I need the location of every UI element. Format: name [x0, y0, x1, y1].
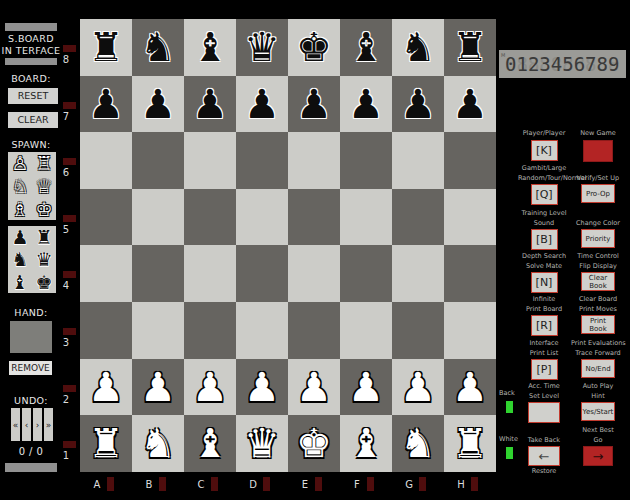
- hand-section-label: HAND:: [0, 307, 62, 318]
- file-f-led: [367, 477, 374, 491]
- spawn-white-piece-1[interactable]: ♖: [32, 152, 56, 175]
- take-back-button[interactable]: ←: [528, 446, 560, 466]
- control-cell-2-left: Gambit/LargeRandom/Tour/Normal[Q]: [518, 164, 570, 205]
- square-c2[interactable]: ♟: [184, 359, 236, 416]
- rank-1-led: [63, 441, 76, 448]
- control-label: Sound: [518, 219, 570, 229]
- file-label-f: F: [349, 479, 365, 490]
- spawn-black-piece-1[interactable]: ♜: [32, 226, 56, 248]
- square-e6[interactable]: [288, 132, 340, 189]
- square-c7[interactable]: ♟: [184, 76, 236, 133]
- square-f7[interactable]: ♟: [340, 76, 392, 133]
- white-pawn: ♟: [400, 367, 436, 407]
- spawn-black-piece-0[interactable]: ♟: [8, 226, 32, 248]
- square-g8[interactable]: ♞: [392, 19, 444, 76]
- new-game-button[interactable]: [583, 140, 613, 162]
- rank-label-8: 8: [56, 54, 76, 65]
- undo-back-button[interactable]: ‹: [22, 408, 31, 441]
- file-label-c: C: [193, 479, 209, 490]
- control-label: Clear Board: [571, 295, 625, 305]
- square-c3[interactable]: [184, 302, 236, 359]
- square-f5[interactable]: [340, 189, 392, 246]
- white-pawn: ♟: [140, 367, 176, 407]
- control-cell-7-left: Acc. TimeSet Level: [518, 382, 570, 423]
- white-led-label: White: [498, 435, 522, 445]
- square-d6[interactable]: [236, 132, 288, 189]
- file-b-led: [159, 477, 166, 491]
- square-f3[interactable]: [340, 302, 392, 359]
- control-label: Print Board: [518, 305, 570, 315]
- decorative-bar-mid: [5, 58, 57, 65]
- square-b3[interactable]: [132, 302, 184, 359]
- white-bishop: ♝: [348, 423, 384, 463]
- white-pawn: ♟: [452, 367, 488, 407]
- clear-button[interactable]: CLEAR: [8, 112, 58, 128]
- control-cell-8-left: Take Back←Restore: [518, 426, 570, 475]
- black-pawn: ♟: [348, 84, 384, 124]
- square-d7[interactable]: ♟: [236, 76, 288, 133]
- square-g5[interactable]: [392, 189, 444, 246]
- print-board-button[interactable]: [R]: [531, 315, 558, 336]
- control-label: Set Level: [518, 392, 570, 402]
- control-label: Player/Player: [518, 129, 570, 139]
- control-cell-2-right: Verify/Set UpPro-Op: [571, 164, 625, 203]
- undo-button-row: «‹›»: [11, 408, 53, 441]
- square-f6[interactable]: [340, 132, 392, 189]
- spawn-white-piece-5[interactable]: ♔: [32, 197, 56, 220]
- black-pawn: ♟: [244, 84, 280, 124]
- control-label: Print Evaluations: [571, 339, 625, 349]
- control-cell-7-right: Auto PlayHintYes/Start: [571, 382, 625, 421]
- square-d5[interactable]: [236, 189, 288, 246]
- black-pawn: ♟: [88, 84, 124, 124]
- square-g3[interactable]: [392, 302, 444, 359]
- change-color-button[interactable]: Priority: [581, 229, 615, 248]
- square-b8[interactable]: ♞: [132, 19, 184, 76]
- square-b6[interactable]: [132, 132, 184, 189]
- square-h7[interactable]: ♟: [444, 76, 496, 133]
- square-h3[interactable]: [444, 302, 496, 359]
- file-g-led: [419, 477, 426, 491]
- square-g4[interactable]: [392, 245, 444, 302]
- square-d1[interactable]: ♛: [236, 415, 288, 472]
- square-e1[interactable]: ♚: [288, 415, 340, 472]
- back-led-group: Back: [498, 389, 522, 413]
- spawn-white-piece-0[interactable]: ♙: [8, 152, 32, 175]
- rank-5-led: [63, 215, 76, 222]
- file-label-a: A: [89, 479, 105, 490]
- square-b4[interactable]: [132, 245, 184, 302]
- spawn-black-piece-3[interactable]: ♛: [32, 248, 56, 270]
- control-label: Go: [571, 436, 625, 446]
- black-pawn: ♟: [400, 84, 436, 124]
- remove-button[interactable]: REMOVE: [9, 361, 52, 375]
- control-label: Acc. Time: [518, 382, 570, 392]
- file-e-led: [315, 477, 322, 491]
- white-rook: ♜: [88, 423, 124, 463]
- square-d4[interactable]: [236, 245, 288, 302]
- square-g7[interactable]: ♟: [392, 76, 444, 133]
- white-led-group: White: [498, 435, 522, 459]
- decorative-bar-top: [5, 23, 57, 31]
- hint-button[interactable]: Yes/Start: [581, 402, 615, 421]
- rank-label-3: 3: [56, 337, 76, 348]
- rank-7-led: [63, 102, 76, 109]
- file-d-led: [263, 477, 270, 491]
- print-list-button[interactable]: [P]: [531, 359, 558, 380]
- app-title-line1: S.BOARD: [0, 33, 62, 44]
- spawn-white-piece-tray: ♙♖♘♕♗♔: [8, 152, 56, 220]
- reset-button[interactable]: RESET: [8, 88, 58, 104]
- square-b5[interactable]: [132, 189, 184, 246]
- file-label-e: E: [297, 479, 313, 490]
- file-label-g: G: [401, 479, 417, 490]
- control-label: Solve Mate: [518, 262, 570, 272]
- square-h4[interactable]: [444, 245, 496, 302]
- square-c5[interactable]: [184, 189, 236, 246]
- square-a8[interactable]: ♜: [80, 19, 132, 76]
- square-e4[interactable]: [288, 245, 340, 302]
- control-label: Hint: [571, 392, 625, 402]
- control-cell-5-left: InfinitePrint Board[R]: [518, 295, 570, 336]
- square-a6[interactable]: [80, 132, 132, 189]
- white-knight: ♞: [140, 423, 176, 463]
- rank-label-1: 1: [56, 450, 76, 461]
- spawn-black-piece-2[interactable]: ♞: [8, 248, 32, 270]
- square-a5[interactable]: [80, 189, 132, 246]
- square-b7[interactable]: ♟: [132, 76, 184, 133]
- square-f4[interactable]: [340, 245, 392, 302]
- control-cell-4-left: Depth SearchSolve Mate[N]: [518, 252, 570, 293]
- chess-board: ♜♞♝♛♚♝♞♜♟♟♟♟♟♟♟♟♟♟♟♟♟♟♟♟♜♞♝♛♚♝♞♜: [80, 19, 496, 472]
- app-title-line2: IN TERFACE: [0, 45, 62, 56]
- white-pawn: ♟: [244, 367, 280, 407]
- control-label: Auto Play: [571, 382, 625, 392]
- rank-label-4: 4: [56, 280, 76, 291]
- square-f2[interactable]: ♟: [340, 359, 392, 416]
- back-led-indicator: [506, 401, 513, 413]
- rank-6-led: [63, 158, 76, 165]
- control-cell-4-right: Time ControlFlip DisplayClear Book: [571, 252, 625, 291]
- control-cell-5-right: Clear BoardPrint MovesPrint Book: [571, 295, 625, 334]
- black-rook: ♜: [452, 27, 488, 67]
- black-rook: ♜: [88, 27, 124, 67]
- rank-8-led: [63, 45, 76, 52]
- spawn-black-piece-tray: ♟♜♞♛♝♚: [8, 226, 56, 293]
- square-e2[interactable]: ♟: [288, 359, 340, 416]
- white-pawn: ♟: [296, 367, 332, 407]
- square-a7[interactable]: ♟: [80, 76, 132, 133]
- square-d3[interactable]: [236, 302, 288, 359]
- trace-forward-button[interactable]: No/End: [581, 359, 615, 378]
- square-h1[interactable]: ♜: [444, 415, 496, 472]
- square-c8[interactable]: ♝: [184, 19, 236, 76]
- undo-forward-button[interactable]: ›: [33, 408, 42, 441]
- square-b2[interactable]: ♟: [132, 359, 184, 416]
- decorative-bar-bottom: [5, 463, 57, 472]
- square-b1[interactable]: ♞: [132, 415, 184, 472]
- undo-counter: 0 / 0: [0, 446, 62, 457]
- verify-set-up-button[interactable]: Pro-Op: [581, 184, 615, 203]
- black-pawn: ♟: [452, 84, 488, 124]
- spawn-black-piece-4[interactable]: ♝: [8, 271, 32, 293]
- set-level-button[interactable]: [528, 402, 560, 423]
- white-led-indicator: [506, 447, 513, 459]
- undo-last-button[interactable]: »: [44, 408, 53, 441]
- file-h-led: [471, 477, 478, 491]
- white-pawn: ♟: [88, 367, 124, 407]
- spawn-white-piece-2[interactable]: ♘: [8, 175, 32, 198]
- rank-label-5: 5: [56, 224, 76, 235]
- control-label: Training Level: [518, 209, 570, 219]
- black-queen: ♛: [244, 27, 280, 67]
- control-label: [518, 426, 570, 436]
- white-queen: ♛: [244, 423, 280, 463]
- square-f8[interactable]: ♝: [340, 19, 392, 76]
- square-d8[interactable]: ♛: [236, 19, 288, 76]
- undo-first-button[interactable]: «: [11, 408, 20, 441]
- control-label: Take Back: [518, 436, 570, 446]
- black-pawn: ♟: [296, 84, 332, 124]
- square-e8[interactable]: ♚: [288, 19, 340, 76]
- undo-section-label: UNDO:: [0, 395, 62, 406]
- white-pawn: ♟: [192, 367, 228, 407]
- square-c6[interactable]: [184, 132, 236, 189]
- spawn-black-piece-5[interactable]: ♚: [32, 271, 56, 293]
- white-king: ♚: [296, 423, 332, 463]
- black-king: ♚: [296, 27, 332, 67]
- rank-label-2: 2: [56, 394, 76, 405]
- control-cell-6-left: InterfacePrint List[P]: [518, 339, 570, 380]
- black-knight: ♞: [400, 27, 436, 67]
- square-e7[interactable]: ♟: [288, 76, 340, 133]
- control-label: Gambit/Large: [518, 164, 570, 174]
- square-a1[interactable]: ♜: [80, 415, 132, 472]
- black-pawn: ♟: [192, 84, 228, 124]
- control-label: Change Color: [571, 219, 625, 229]
- white-bishop: ♝: [192, 423, 228, 463]
- black-bishop: ♝: [348, 27, 384, 67]
- square-h2[interactable]: ♟: [444, 359, 496, 416]
- control-label: Next Best: [571, 426, 625, 436]
- control-label: Print List: [518, 349, 570, 359]
- flip-display-button[interactable]: Clear Book: [581, 272, 615, 291]
- square-g1[interactable]: ♞: [392, 415, 444, 472]
- control-label: Interface: [518, 339, 570, 349]
- rank-2-led: [63, 385, 76, 392]
- square-a2[interactable]: ♟: [80, 359, 132, 416]
- lcd-display: M 8888888888 0123456789: [499, 50, 626, 78]
- board-section-label: BOARD:: [0, 73, 62, 84]
- square-a3[interactable]: [80, 302, 132, 359]
- square-c1[interactable]: ♝: [184, 415, 236, 472]
- control-sub-label: Restore: [518, 467, 570, 475]
- white-knight: ♞: [400, 423, 436, 463]
- spawn-white-piece-4[interactable]: ♗: [8, 197, 32, 220]
- chess-computer-interface: S.BOARD IN TERFACE BOARD: RESET CLEAR SP…: [0, 0, 630, 500]
- square-c4[interactable]: [184, 245, 236, 302]
- square-d2[interactable]: ♟: [236, 359, 288, 416]
- square-a4[interactable]: [80, 245, 132, 302]
- go-button[interactable]: →: [583, 446, 613, 466]
- square-e3[interactable]: [288, 302, 340, 359]
- print-moves-button[interactable]: Print Book: [581, 315, 615, 334]
- control-cell-3-left: Training LevelSound[B]: [518, 209, 570, 250]
- random-tour-normal-button[interactable]: [Q]: [531, 184, 558, 205]
- solve-mate-button[interactable]: [N]: [531, 272, 558, 293]
- control-cell-1-right: New Game: [571, 129, 625, 162]
- square-h5[interactable]: [444, 189, 496, 246]
- control-cell-6-right: Print EvaluationsTrace ForwardNo/End: [571, 339, 625, 378]
- spawn-white-piece-3[interactable]: ♕: [32, 175, 56, 198]
- control-label: [571, 209, 625, 219]
- file-label-b: B: [141, 479, 157, 490]
- black-knight: ♞: [140, 27, 176, 67]
- rank-label-7: 7: [56, 111, 76, 122]
- spawn-section-label: SPAWN:: [0, 139, 62, 150]
- control-label: Verify/Set Up: [571, 174, 625, 184]
- control-cell-8-right: Next BestGo→: [571, 426, 625, 466]
- lcd-digits: 0123456789: [505, 53, 619, 75]
- control-label: Print Moves: [571, 305, 625, 315]
- rank-label-6: 6: [56, 167, 76, 178]
- file-label-h: H: [453, 479, 469, 490]
- file-a-led: [107, 477, 114, 491]
- control-label: Time Control: [571, 252, 625, 262]
- black-pawn: ♟: [140, 84, 176, 124]
- control-label: Random/Tour/Normal: [518, 174, 570, 184]
- rank-3-led: [63, 328, 76, 335]
- square-g6[interactable]: [392, 132, 444, 189]
- black-bishop: ♝: [192, 27, 228, 67]
- square-h6[interactable]: [444, 132, 496, 189]
- square-g2[interactable]: ♟: [392, 359, 444, 416]
- control-cell-1-left: Player/Player[K]: [518, 129, 570, 161]
- rank-4-led: [63, 271, 76, 278]
- square-e5[interactable]: [288, 189, 340, 246]
- control-label: [571, 164, 625, 174]
- back-led-label: Back: [498, 389, 522, 399]
- control-label: New Game: [571, 129, 625, 139]
- square-h8[interactable]: ♜: [444, 19, 496, 76]
- white-pawn: ♟: [348, 367, 384, 407]
- square-f1[interactable]: ♝: [340, 415, 392, 472]
- file-label-d: D: [245, 479, 261, 490]
- control-label: Infinite: [518, 295, 570, 305]
- control-label: Depth Search: [518, 252, 570, 262]
- control-cell-3-right: Change ColorPriority: [571, 209, 625, 248]
- control-label: Trace Forward: [571, 349, 625, 359]
- control-label: Flip Display: [571, 262, 625, 272]
- white-rook: ♜: [452, 423, 488, 463]
- sound-button[interactable]: [B]: [531, 229, 558, 250]
- hand-display: [10, 321, 52, 353]
- player-player-button[interactable]: [K]: [531, 140, 558, 161]
- file-c-led: [211, 477, 218, 491]
